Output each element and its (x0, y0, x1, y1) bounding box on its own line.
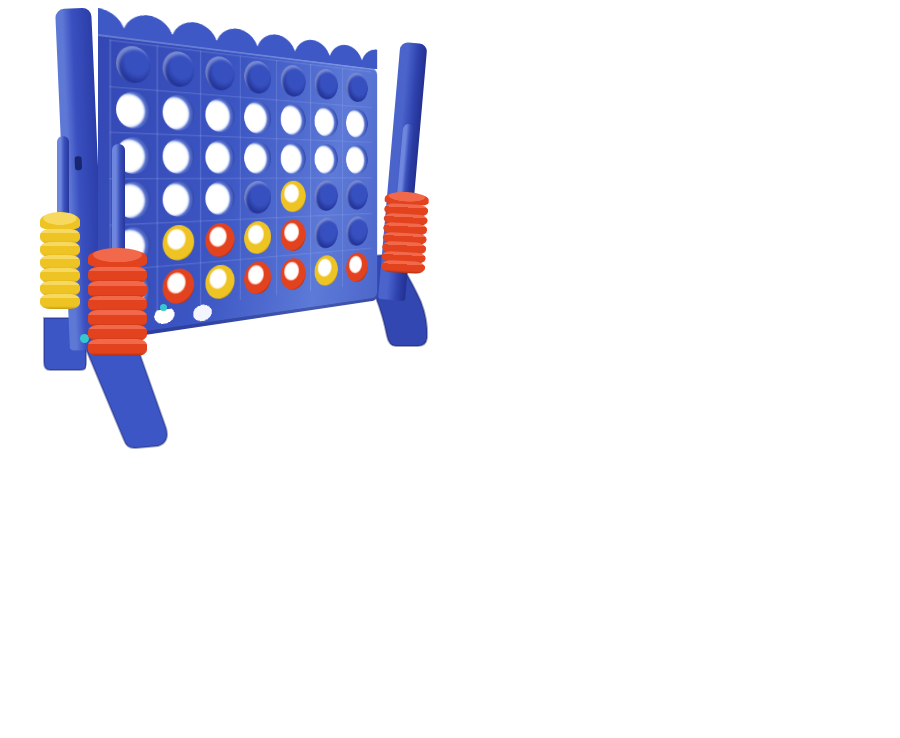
yellow-disc (244, 221, 271, 255)
cell-col1-row2[interactable] (109, 86, 156, 134)
left-red-stack-pole (112, 144, 125, 256)
yellow-disc (315, 254, 338, 287)
cell-col5-row2[interactable] (276, 99, 310, 140)
cell-col7-row2[interactable] (342, 104, 372, 142)
red-disc (281, 257, 306, 291)
yellow-stacked-disc (40, 212, 80, 231)
empty-hole (205, 181, 234, 216)
empty-hole (315, 181, 338, 212)
cell-col6-row4[interactable] (310, 177, 342, 215)
empty-hole (346, 181, 368, 211)
empty-hole (244, 141, 271, 174)
empty-hole (116, 44, 150, 84)
cell-col3-row5[interactable] (200, 218, 240, 262)
empty-hole (315, 68, 338, 101)
red-stacked-disc (88, 248, 147, 269)
empty-hole (346, 72, 368, 103)
empty-hole (205, 139, 234, 173)
cell-col6-row3[interactable] (310, 140, 342, 178)
yellow-disc (162, 224, 194, 261)
empty-hole (116, 90, 150, 129)
cell-col4-row6[interactable] (239, 256, 276, 300)
cell-col3-row1[interactable] (200, 50, 240, 96)
empty-hole (346, 144, 368, 174)
empty-hole (315, 106, 338, 138)
cell-col6-row1[interactable] (310, 64, 342, 104)
yellow-disc (281, 181, 306, 213)
cell-col7-row1[interactable] (342, 68, 372, 107)
empty-hole (281, 142, 306, 174)
cell-col4-row4[interactable] (239, 178, 276, 219)
red-disc (205, 222, 234, 258)
cell-col5-row4[interactable] (276, 177, 310, 216)
yellow-stacked-disc (40, 294, 80, 309)
cell-col3-row4[interactable] (200, 178, 240, 221)
cell-col4-row2[interactable] (239, 96, 276, 138)
empty-hole (205, 97, 234, 133)
screw-cap (160, 304, 167, 311)
cell-col4-row5[interactable] (239, 217, 276, 259)
cell-col2-row5[interactable] (156, 220, 199, 266)
red-disc (162, 267, 194, 306)
cell-col6-row2[interactable] (310, 102, 342, 141)
empty-hole (244, 181, 271, 214)
cell-col5-row6[interactable] (276, 253, 310, 295)
empty-hole (315, 217, 338, 249)
empty-hole (346, 216, 368, 247)
empty-hole (162, 50, 194, 88)
cell-col4-row3[interactable] (239, 137, 276, 178)
empty-hole (162, 94, 194, 131)
cell-col3-row6[interactable] (200, 259, 240, 305)
cell-col6-row6[interactable] (310, 250, 342, 291)
cell-col2-row2[interactable] (156, 89, 199, 135)
red-disc (281, 219, 306, 252)
cell-col5-row5[interactable] (276, 215, 310, 256)
cell-col7-row4[interactable] (342, 177, 372, 214)
empty-hole (162, 182, 194, 218)
cell-col4-row1[interactable] (239, 55, 276, 99)
cell-col5-row1[interactable] (276, 60, 310, 102)
red-stacked-disc (88, 339, 147, 356)
cell-col7-row3[interactable] (342, 141, 372, 177)
product-photo-connect-four (0, 0, 900, 738)
cell-col2-row3[interactable] (156, 134, 199, 178)
cell-col6-row5[interactable] (310, 214, 342, 253)
yellow-disc (205, 263, 234, 300)
empty-hole (244, 100, 271, 134)
cell-col2-row4[interactable] (156, 178, 199, 222)
empty-hole (346, 108, 368, 139)
empty-hole (205, 55, 234, 92)
yellow-stack-pole (57, 136, 69, 222)
red-stacked-disc (381, 260, 426, 274)
empty-hole (162, 138, 194, 174)
left-red-stack (88, 248, 147, 356)
cell-col3-row2[interactable] (200, 93, 240, 137)
empty-hole (244, 60, 271, 95)
empty-hole (281, 64, 306, 98)
cell-col7-row6[interactable] (342, 248, 372, 287)
cell-col2-row1[interactable] (156, 45, 199, 93)
red-disc (244, 260, 271, 295)
cell-col7-row5[interactable] (342, 213, 372, 251)
left-yellow-stack (40, 212, 80, 309)
empty-hole (315, 143, 338, 174)
cell-col3-row3[interactable] (200, 135, 240, 177)
empty-hole (281, 103, 306, 136)
red-disc (346, 251, 368, 283)
cell-col5-row3[interactable] (276, 138, 310, 177)
right-red-stack (381, 191, 429, 274)
cell-col1-row1[interactable] (109, 39, 156, 89)
